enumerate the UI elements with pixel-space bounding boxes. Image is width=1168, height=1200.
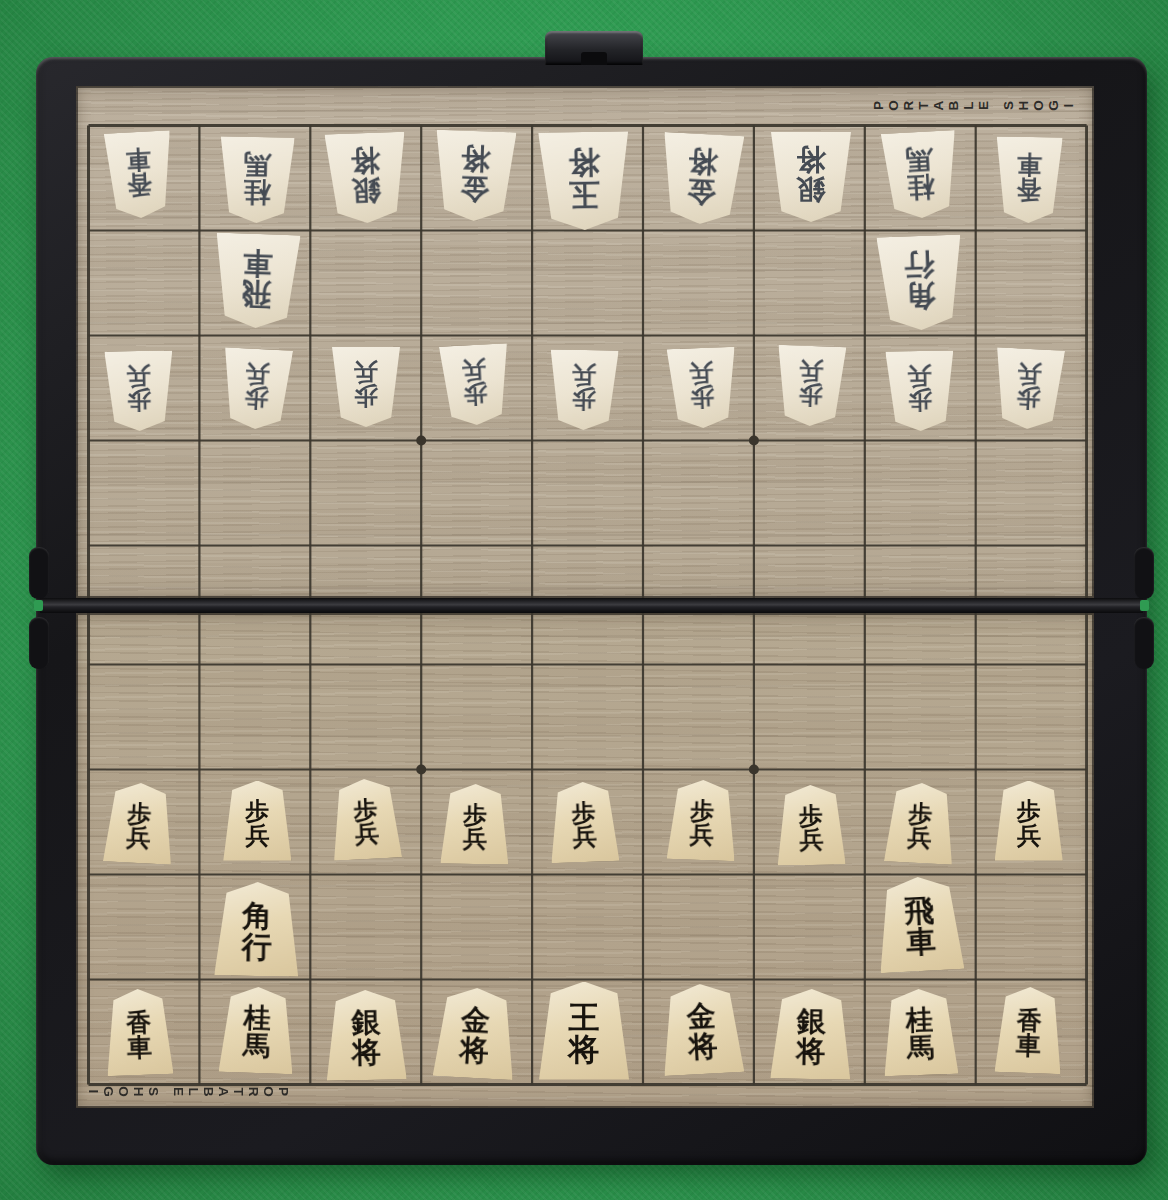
piece-kanji: 車 bbox=[242, 246, 273, 278]
table-background: PORTABLESHOGI PORTABLESHOGI 香車桂馬銀将金将玉将金将… bbox=[0, 0, 1168, 1200]
piece-kanji: 兵 bbox=[572, 824, 597, 849]
sente-pawn[interactable]: 歩兵 bbox=[330, 777, 402, 860]
gote-pawn[interactable]: 歩兵 bbox=[105, 350, 174, 431]
piece-kanji: 歩 bbox=[244, 385, 269, 411]
sente-pawn[interactable]: 歩兵 bbox=[884, 781, 956, 864]
piece-kanji: 兵 bbox=[462, 356, 487, 382]
piece-kanji: 将 bbox=[688, 1031, 719, 1062]
piece-kanji: 歩 bbox=[690, 798, 715, 823]
piece-kanji: 飛 bbox=[903, 895, 935, 927]
piece-kanji: 歩 bbox=[798, 382, 823, 407]
piece-kanji: 金 bbox=[686, 1001, 717, 1032]
piece-kanji: 金 bbox=[461, 1005, 492, 1036]
piece-kanji: 兵 bbox=[572, 362, 596, 387]
piece-kanji: 将 bbox=[568, 146, 600, 178]
piece-kanji: 兵 bbox=[127, 363, 151, 388]
piece-kanji: 兵 bbox=[126, 825, 151, 851]
piece-kanji: 兵 bbox=[799, 358, 824, 383]
piece-kanji: 兵 bbox=[1017, 360, 1042, 386]
piece-kanji: 桂 bbox=[906, 171, 934, 200]
piece-kanji: 歩 bbox=[353, 796, 378, 822]
piece-kanji: 将 bbox=[688, 145, 719, 176]
piece-kanji: 歩 bbox=[463, 802, 487, 827]
piece-kanji: 歩 bbox=[908, 387, 932, 412]
piece-kanji: 金 bbox=[460, 172, 490, 203]
sente-pawn[interactable]: 歩兵 bbox=[440, 783, 509, 864]
piece-kanji: 兵 bbox=[245, 824, 269, 848]
piece-kanji: 兵 bbox=[906, 825, 931, 851]
gote-silver-general[interactable]: 銀将 bbox=[325, 131, 408, 224]
sente-knight[interactable]: 桂馬 bbox=[219, 985, 296, 1074]
piece-kanji: 歩 bbox=[908, 800, 933, 826]
gote-gold-general[interactable]: 金将 bbox=[660, 131, 745, 225]
sente-rook[interactable]: 飛車 bbox=[875, 874, 964, 972]
sente-lance[interactable]: 香車 bbox=[994, 985, 1063, 1073]
gote-pawn[interactable]: 歩兵 bbox=[775, 344, 846, 426]
pieces-layer: 香車桂馬銀将金将玉将金将銀将桂馬香車飛車角行歩兵歩兵歩兵歩兵歩兵歩兵歩兵歩兵歩兵… bbox=[0, 0, 1168, 1200]
gote-pawn[interactable]: 歩兵 bbox=[993, 347, 1065, 430]
sente-silver-general[interactable]: 銀将 bbox=[770, 988, 852, 1079]
piece-kanji: 馬 bbox=[905, 143, 933, 172]
sente-knight[interactable]: 桂馬 bbox=[881, 987, 958, 1076]
piece-kanji: 香 bbox=[126, 1009, 152, 1035]
piece-kanji: 香 bbox=[1016, 1007, 1042, 1033]
piece-kanji: 香 bbox=[127, 171, 153, 198]
piece-kanji: 歩 bbox=[127, 800, 152, 826]
piece-kanji: 馬 bbox=[243, 1032, 271, 1060]
sente-king[interactable]: 王将 bbox=[539, 982, 629, 1080]
sente-pawn[interactable]: 歩兵 bbox=[223, 781, 291, 861]
piece-kanji: 将 bbox=[796, 144, 825, 174]
sente-pawn[interactable]: 歩兵 bbox=[776, 784, 845, 865]
piece-kanji: 将 bbox=[461, 142, 491, 173]
piece-kanji: 桂 bbox=[243, 176, 270, 204]
piece-kanji: 兵 bbox=[1017, 824, 1041, 848]
piece-kanji: 歩 bbox=[798, 803, 822, 828]
piece-kanji: 兵 bbox=[463, 826, 487, 851]
piece-kanji: 将 bbox=[796, 1036, 826, 1066]
piece-kanji: 歩 bbox=[463, 381, 488, 407]
gote-pawn[interactable]: 歩兵 bbox=[549, 349, 618, 430]
gote-lance[interactable]: 香車 bbox=[104, 130, 174, 219]
gote-pawn[interactable]: 歩兵 bbox=[885, 350, 954, 431]
gote-lance[interactable]: 香車 bbox=[995, 136, 1062, 223]
piece-kanji: 歩 bbox=[245, 799, 269, 823]
piece-kanji: 金 bbox=[686, 175, 717, 206]
piece-kanji: 銀 bbox=[351, 1008, 381, 1038]
piece-kanji: 車 bbox=[125, 145, 151, 172]
piece-kanji: 行 bbox=[904, 248, 935, 280]
piece-kanji: 歩 bbox=[354, 384, 378, 408]
piece-kanji: 歩 bbox=[1016, 385, 1041, 411]
gote-pawn[interactable]: 歩兵 bbox=[332, 347, 400, 427]
piece-kanji: 行 bbox=[242, 931, 273, 962]
piece-kanji: 馬 bbox=[244, 149, 271, 177]
gote-knight[interactable]: 桂馬 bbox=[220, 136, 295, 223]
sente-silver-general[interactable]: 銀将 bbox=[325, 989, 407, 1080]
piece-kanji: 兵 bbox=[354, 359, 378, 383]
piece-kanji: 将 bbox=[352, 1037, 382, 1067]
piece-kanji: 角 bbox=[905, 279, 936, 311]
sente-bishop[interactable]: 角行 bbox=[215, 881, 301, 976]
gote-king[interactable]: 玉将 bbox=[538, 131, 630, 231]
piece-kanji: 桂 bbox=[905, 1007, 933, 1035]
piece-kanji: 車 bbox=[1016, 151, 1041, 177]
piece-kanji: 馬 bbox=[906, 1034, 934, 1062]
piece-kanji: 兵 bbox=[799, 827, 823, 852]
piece-kanji: 兵 bbox=[689, 822, 714, 847]
sente-pawn[interactable]: 歩兵 bbox=[995, 781, 1063, 861]
gote-bishop[interactable]: 角行 bbox=[876, 234, 963, 331]
piece-kanji: 銀 bbox=[352, 174, 382, 205]
piece-kanji: 兵 bbox=[354, 821, 379, 847]
piece-kanji: 桂 bbox=[244, 1005, 272, 1033]
piece-kanji: 歩 bbox=[1017, 799, 1041, 823]
gote-pawn[interactable]: 歩兵 bbox=[439, 343, 511, 426]
piece-kanji: 兵 bbox=[907, 363, 931, 388]
sente-pawn[interactable]: 歩兵 bbox=[549, 780, 620, 862]
sente-pawn[interactable]: 歩兵 bbox=[103, 781, 175, 864]
piece-kanji: 飛 bbox=[241, 277, 272, 309]
piece-kanji: 歩 bbox=[571, 800, 596, 825]
piece-kanji: 将 bbox=[459, 1035, 490, 1066]
gote-pawn[interactable]: 歩兵 bbox=[221, 347, 293, 430]
piece-kanji: 兵 bbox=[689, 360, 714, 385]
piece-kanji: 兵 bbox=[246, 360, 271, 386]
piece-kanji: 銀 bbox=[796, 174, 825, 204]
gote-silver-general[interactable]: 銀将 bbox=[771, 132, 851, 222]
piece-kanji: 香 bbox=[1016, 176, 1041, 202]
piece-kanji: 将 bbox=[569, 1034, 600, 1066]
gote-gold-general[interactable]: 金将 bbox=[434, 129, 517, 222]
piece-kanji: 車 bbox=[905, 926, 937, 958]
piece-kanji: 角 bbox=[242, 901, 273, 932]
piece-kanji: 車 bbox=[1015, 1032, 1041, 1058]
sente-gold-general[interactable]: 金将 bbox=[660, 981, 745, 1075]
piece-kanji: 玉 bbox=[568, 177, 600, 209]
piece-kanji: 歩 bbox=[690, 384, 715, 409]
piece-kanji: 将 bbox=[351, 144, 381, 175]
gote-rook[interactable]: 飛車 bbox=[214, 232, 301, 329]
sente-gold-general[interactable]: 金将 bbox=[433, 985, 518, 1079]
piece-kanji: 銀 bbox=[796, 1007, 826, 1037]
piece-kanji: 車 bbox=[127, 1034, 153, 1060]
piece-kanji: 王 bbox=[569, 1002, 600, 1034]
piece-kanji: 歩 bbox=[127, 387, 151, 412]
sente-pawn[interactable]: 歩兵 bbox=[667, 778, 738, 860]
gote-pawn[interactable]: 歩兵 bbox=[667, 346, 738, 428]
sente-lance[interactable]: 香車 bbox=[105, 987, 174, 1075]
piece-kanji: 歩 bbox=[572, 386, 596, 411]
gote-knight[interactable]: 桂馬 bbox=[881, 130, 959, 220]
